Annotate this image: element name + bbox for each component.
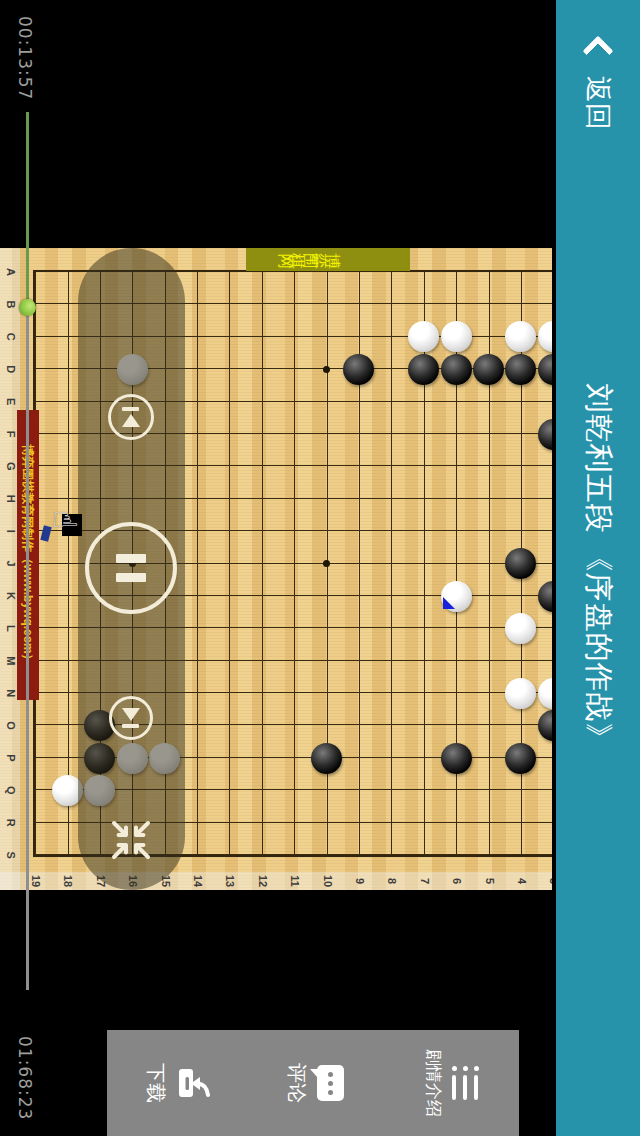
black-stone-D5 xyxy=(473,354,504,385)
row-label-6: 6 xyxy=(451,872,463,890)
black-stone-K3 xyxy=(538,581,552,612)
video-title: 刘乾利五段 《序盘的作战》 xyxy=(556,0,640,1136)
column-label-R: R xyxy=(5,814,17,832)
black-stone-P10 xyxy=(311,743,342,774)
white-stone-C3 xyxy=(538,321,552,352)
presenter-hand-cursor: ☝ xyxy=(42,506,86,552)
column-label-H: H xyxy=(5,490,17,508)
white-stone-N4 xyxy=(506,678,537,709)
row-label-9: 9 xyxy=(354,872,366,890)
row-label-4: 4 xyxy=(516,872,528,890)
title-bar: 返回 刘乾利五段 《序盘的作战》 xyxy=(556,0,640,1136)
landscape-player: 返回 刘乾利五段 《序盘的作战》 博弈围棋网 博弈围棋教育网制作（www.byw… xyxy=(0,0,640,1136)
star-point xyxy=(323,560,330,567)
comments-button[interactable]: 评论 xyxy=(244,1030,381,1136)
column-label-K: K xyxy=(5,587,17,605)
download-icon xyxy=(176,1064,210,1102)
white-stone-N3 xyxy=(538,678,552,709)
row-labels: 345678910111213141516171819 xyxy=(0,872,552,890)
exit-fullscreen-button[interactable] xyxy=(109,818,153,862)
black-stone-D6 xyxy=(441,354,472,385)
pause-button[interactable] xyxy=(85,522,177,614)
white-stone-L4 xyxy=(506,613,537,644)
column-label-Q: Q xyxy=(5,781,17,799)
column-label-N: N xyxy=(5,684,17,702)
skip-back-icon xyxy=(123,407,140,411)
column-label-A: A xyxy=(5,263,17,281)
board-left-banner: 博弈围棋网 xyxy=(246,248,410,271)
pause-icon xyxy=(116,554,146,563)
skip-forward-icon xyxy=(122,708,140,721)
row-label-13: 13 xyxy=(224,872,236,890)
row-label-18: 18 xyxy=(62,872,74,890)
column-label-O: O xyxy=(5,717,17,735)
column-label-L: L xyxy=(5,619,17,637)
next-move-button[interactable] xyxy=(109,696,153,740)
column-label-G: G xyxy=(5,457,17,475)
black-stone-P6 xyxy=(441,743,472,774)
progress-played xyxy=(26,112,29,308)
row-label-3: 3 xyxy=(548,872,552,890)
total-time: 01:68:23 xyxy=(15,1036,35,1120)
white-stone-K6 xyxy=(441,581,472,612)
black-stone-F3 xyxy=(538,419,552,450)
row-label-5: 5 xyxy=(484,872,496,890)
row-label-8: 8 xyxy=(386,872,398,890)
column-label-J: J xyxy=(5,555,17,573)
player-controls xyxy=(78,248,185,890)
white-stone-C7 xyxy=(408,321,439,352)
column-label-S: S xyxy=(5,846,17,864)
last-move-marker xyxy=(443,597,455,609)
column-label-M: M xyxy=(5,652,17,670)
column-label-I: I xyxy=(5,522,17,540)
collapse-arrows-icon xyxy=(109,818,153,862)
video-area: 博弈围棋网 博弈围棋教育网制作（www.bywq.com） ABCDEFGHIJ… xyxy=(0,0,556,1136)
row-label-7: 7 xyxy=(419,872,431,890)
progress-track[interactable] xyxy=(26,112,29,990)
side-action-panel: 剧情介绍 评论 下载 xyxy=(107,1030,519,1136)
column-label-C: C xyxy=(5,328,17,346)
list-icon xyxy=(452,1066,479,1100)
row-label-14: 14 xyxy=(192,872,204,890)
white-stone-C6 xyxy=(441,321,472,352)
black-stone-J4 xyxy=(506,548,537,579)
column-label-D: D xyxy=(5,360,17,378)
black-stone-D4 xyxy=(506,354,537,385)
column-label-B: B xyxy=(5,295,17,313)
phone-screen: 返回 刘乾利五段 《序盘的作战》 博弈围棋网 博弈围棋教育网制作（www.byw… xyxy=(0,0,640,1136)
row-label-10: 10 xyxy=(322,872,334,890)
download-button[interactable]: 下载 xyxy=(107,1030,244,1136)
previous-move-button[interactable] xyxy=(108,394,154,440)
column-label-F: F xyxy=(5,425,17,443)
column-label-P: P xyxy=(5,749,17,767)
row-label-12: 12 xyxy=(257,872,269,890)
intro-button[interactable]: 剧情介绍 xyxy=(382,1030,519,1136)
black-stone-P4 xyxy=(506,743,537,774)
row-label-19: 19 xyxy=(30,872,42,890)
black-stone-D3 xyxy=(538,354,552,385)
star-point xyxy=(323,366,330,373)
black-stone-O3 xyxy=(538,710,552,741)
black-stone-D9 xyxy=(344,354,375,385)
comment-bubble-icon xyxy=(317,1065,344,1101)
black-stone-D7 xyxy=(408,354,439,385)
current-time: 00:13:57 xyxy=(15,16,35,100)
column-label-E: E xyxy=(5,393,17,411)
white-stone-C4 xyxy=(506,321,537,352)
row-label-11: 11 xyxy=(289,872,301,890)
